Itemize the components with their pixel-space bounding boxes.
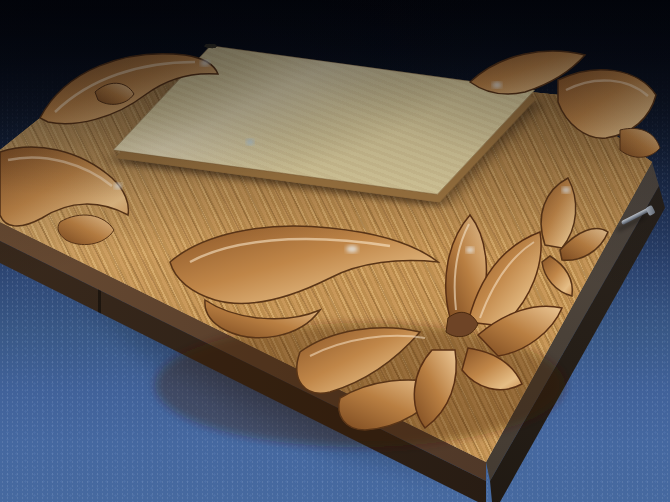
photo-of-carved-chess-case: 1234567812345678 bbox=[0, 0, 670, 502]
